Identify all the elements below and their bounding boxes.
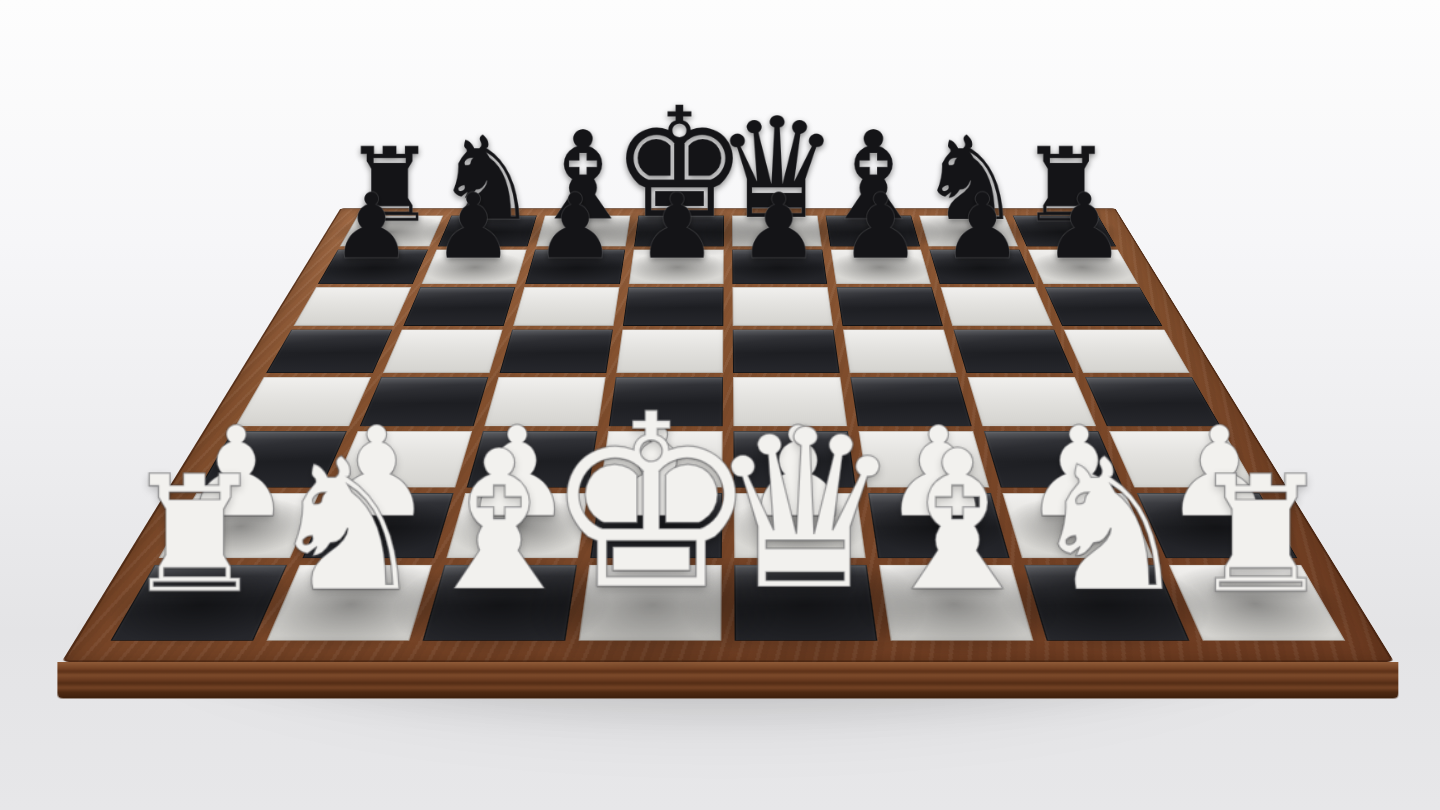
square-d6[interactable] [623,287,724,325]
perspective-wrapper: ♜♞♝♚♛♝♞♜♟♟♟♟♟♟♟♟♟♟♟♟♟♟♟♟♜♞♝♚♛♝♞♜ [238,0,1218,810]
square-c8[interactable] [536,216,630,247]
square-g5[interactable] [953,330,1073,373]
square-d7[interactable] [629,250,724,284]
pieces-layer: ♜♞♝♚♛♝♞♜♟♟♟♟♟♟♟♟♟♟♟♟♟♟♟♟♜♞♝♚♛♝♞♜ [61,208,1394,662]
square-g6[interactable] [941,287,1053,325]
square-c7[interactable] [525,250,625,284]
square-c6[interactable] [513,287,619,325]
square-e8[interactable] [732,216,822,247]
board-front-edge [57,662,1398,699]
square-f7[interactable] [831,250,931,284]
square-b5[interactable] [383,330,503,373]
square-f5[interactable] [843,330,956,373]
square-a6[interactable] [294,287,412,325]
square-d8[interactable] [634,216,724,247]
square-b7[interactable] [422,250,527,284]
square-f8[interactable] [826,216,920,247]
square-a8[interactable] [340,216,444,247]
square-h7[interactable] [1028,250,1138,284]
chess-board: ♜♞♝♚♛♝♞♜♟♟♟♟♟♟♟♟♟♟♟♟♟♟♟♟♜♞♝♚♛♝♞♜ [61,208,1394,662]
square-a7[interactable] [318,250,428,284]
square-e6[interactable] [732,287,833,325]
square-b6[interactable] [403,287,515,325]
square-b8[interactable] [438,216,537,247]
square-g8[interactable] [919,216,1018,247]
square-e7[interactable] [732,250,827,284]
white-king-icon: ♚ [446,382,856,623]
square-h8[interactable] [1013,216,1117,247]
square-g7[interactable] [929,250,1034,284]
render-scene: ♜♞♝♚♛♝♞♜♟♟♟♟♟♟♟♟♟♟♟♟♟♟♟♟♜♞♝♚♛♝♞♜ [0,0,1440,810]
square-f6[interactable] [837,287,943,325]
